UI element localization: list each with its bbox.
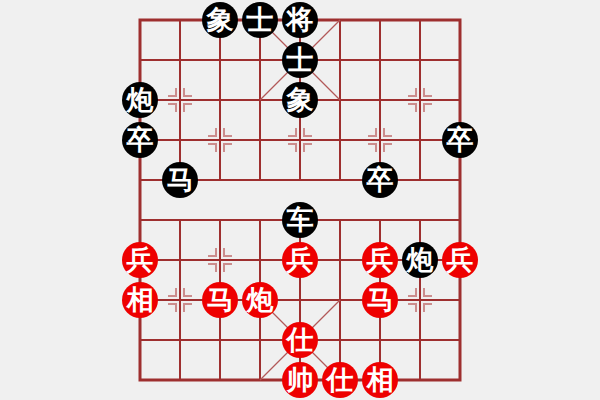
pieces-layer: 象士将士炮象卒卒马卒车炮兵兵兵兵相马炮马仕帅仕相 bbox=[0, 0, 600, 400]
piece-red-pawn-3[interactable]: 兵 bbox=[362, 242, 398, 278]
piece-red-pawn-2[interactable]: 兵 bbox=[282, 242, 318, 278]
piece-red-pawn-1[interactable]: 兵 bbox=[122, 242, 158, 278]
piece-black-cannon-1[interactable]: 炮 bbox=[122, 82, 158, 118]
piece-red-elephant-1[interactable]: 相 bbox=[122, 282, 158, 318]
piece-red-elephant-2[interactable]: 相 bbox=[362, 362, 398, 398]
piece-black-advisor-1[interactable]: 士 bbox=[242, 2, 278, 38]
piece-red-advisor-1[interactable]: 仕 bbox=[282, 322, 318, 358]
piece-black-elephant-1[interactable]: 象 bbox=[202, 2, 238, 38]
piece-red-horse-2[interactable]: 马 bbox=[362, 282, 398, 318]
piece-black-general[interactable]: 将 bbox=[282, 2, 318, 38]
piece-black-elephant-2[interactable]: 象 bbox=[282, 82, 318, 118]
piece-black-pawn-2[interactable]: 卒 bbox=[442, 122, 478, 158]
piece-black-advisor-2[interactable]: 士 bbox=[282, 42, 318, 78]
piece-red-general[interactable]: 帅 bbox=[282, 362, 318, 398]
piece-red-horse-1[interactable]: 马 bbox=[202, 282, 238, 318]
piece-red-cannon-1[interactable]: 炮 bbox=[242, 282, 278, 318]
piece-black-pawn-1[interactable]: 卒 bbox=[122, 122, 158, 158]
piece-black-chariot-1[interactable]: 车 bbox=[282, 202, 318, 238]
xiangqi-board: 象士将士炮象卒卒马卒车炮兵兵兵兵相马炮马仕帅仕相 bbox=[0, 0, 600, 400]
piece-red-advisor-2[interactable]: 仕 bbox=[322, 362, 358, 398]
piece-black-cannon-2[interactable]: 炮 bbox=[402, 242, 438, 278]
piece-black-pawn-3[interactable]: 卒 bbox=[362, 162, 398, 198]
piece-red-pawn-4[interactable]: 兵 bbox=[442, 242, 478, 278]
piece-black-horse-1[interactable]: 马 bbox=[162, 162, 198, 198]
